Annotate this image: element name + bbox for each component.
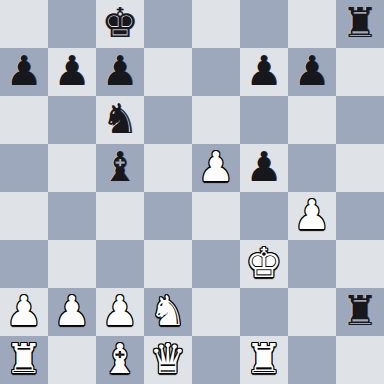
- square-c1[interactable]: ♝: [96, 336, 144, 384]
- square-d7[interactable]: [144, 48, 192, 96]
- piece-black-pawn[interactable]: ♟: [246, 47, 283, 95]
- square-f8[interactable]: [240, 0, 288, 48]
- piece-white-bishop[interactable]: ♝: [102, 335, 139, 383]
- square-f7[interactable]: ♟: [240, 48, 288, 96]
- square-d5[interactable]: [144, 144, 192, 192]
- piece-white-pawn[interactable]: ♟: [102, 287, 139, 335]
- piece-black-rook[interactable]: ♜: [342, 0, 379, 47]
- piece-white-rook[interactable]: ♜: [246, 335, 283, 383]
- square-h8[interactable]: ♜: [336, 0, 384, 48]
- square-a4[interactable]: [0, 192, 48, 240]
- square-a8[interactable]: [0, 0, 48, 48]
- square-a6[interactable]: [0, 96, 48, 144]
- square-e2[interactable]: [192, 288, 240, 336]
- square-b4[interactable]: [48, 192, 96, 240]
- piece-white-pawn[interactable]: ♟: [6, 287, 43, 335]
- piece-black-pawn[interactable]: ♟: [6, 47, 43, 95]
- square-b5[interactable]: [48, 144, 96, 192]
- square-g7[interactable]: ♟: [288, 48, 336, 96]
- square-d1[interactable]: ♛: [144, 336, 192, 384]
- piece-black-pawn[interactable]: ♟: [54, 47, 91, 95]
- square-f4[interactable]: [240, 192, 288, 240]
- square-e4[interactable]: [192, 192, 240, 240]
- piece-black-knight[interactable]: ♞: [102, 95, 139, 143]
- piece-black-pawn[interactable]: ♟: [294, 47, 331, 95]
- square-e1[interactable]: [192, 336, 240, 384]
- square-d4[interactable]: [144, 192, 192, 240]
- piece-white-pawn[interactable]: ♟: [294, 191, 331, 239]
- square-d8[interactable]: [144, 0, 192, 48]
- square-c6[interactable]: ♞: [96, 96, 144, 144]
- square-g8[interactable]: [288, 0, 336, 48]
- square-c7[interactable]: ♟: [96, 48, 144, 96]
- square-h7[interactable]: [336, 48, 384, 96]
- square-h6[interactable]: [336, 96, 384, 144]
- square-c8[interactable]: ♚: [96, 0, 144, 48]
- square-e6[interactable]: [192, 96, 240, 144]
- square-a7[interactable]: ♟: [0, 48, 48, 96]
- square-a2[interactable]: ♟: [0, 288, 48, 336]
- square-d6[interactable]: [144, 96, 192, 144]
- square-f2[interactable]: [240, 288, 288, 336]
- square-f1[interactable]: ♜: [240, 336, 288, 384]
- square-g3[interactable]: [288, 240, 336, 288]
- square-g4[interactable]: ♟: [288, 192, 336, 240]
- piece-white-pawn[interactable]: ♟: [54, 287, 91, 335]
- piece-black-pawn[interactable]: ♟: [102, 47, 139, 95]
- square-c2[interactable]: ♟: [96, 288, 144, 336]
- chess-board: ♚♜♟♟♟♟♟♞♝♟♟♟♚♟♟♟♞♜♜♝♛♜: [0, 0, 384, 384]
- square-h3[interactable]: [336, 240, 384, 288]
- square-c4[interactable]: [96, 192, 144, 240]
- square-g2[interactable]: [288, 288, 336, 336]
- piece-black-pawn[interactable]: ♟: [246, 143, 283, 191]
- piece-white-rook[interactable]: ♜: [6, 335, 43, 383]
- square-g5[interactable]: [288, 144, 336, 192]
- square-b1[interactable]: [48, 336, 96, 384]
- square-e8[interactable]: [192, 0, 240, 48]
- square-b3[interactable]: [48, 240, 96, 288]
- square-h1[interactable]: [336, 336, 384, 384]
- square-g1[interactable]: [288, 336, 336, 384]
- square-h2[interactable]: ♜: [336, 288, 384, 336]
- square-f5[interactable]: ♟: [240, 144, 288, 192]
- square-g6[interactable]: [288, 96, 336, 144]
- piece-white-knight[interactable]: ♞: [150, 287, 187, 335]
- square-c3[interactable]: [96, 240, 144, 288]
- square-d3[interactable]: [144, 240, 192, 288]
- square-a1[interactable]: ♜: [0, 336, 48, 384]
- square-a3[interactable]: [0, 240, 48, 288]
- piece-white-queen[interactable]: ♛: [150, 335, 187, 383]
- square-b8[interactable]: [48, 0, 96, 48]
- square-f6[interactable]: [240, 96, 288, 144]
- square-b6[interactable]: [48, 96, 96, 144]
- square-e3[interactable]: [192, 240, 240, 288]
- square-b2[interactable]: ♟: [48, 288, 96, 336]
- square-h5[interactable]: [336, 144, 384, 192]
- square-b7[interactable]: ♟: [48, 48, 96, 96]
- piece-black-rook[interactable]: ♜: [342, 287, 379, 335]
- piece-black-king[interactable]: ♚: [102, 0, 139, 47]
- square-e7[interactable]: [192, 48, 240, 96]
- square-d2[interactable]: ♞: [144, 288, 192, 336]
- piece-black-bishop[interactable]: ♝: [102, 143, 139, 191]
- square-c5[interactable]: ♝: [96, 144, 144, 192]
- square-f3[interactable]: ♚: [240, 240, 288, 288]
- square-a5[interactable]: [0, 144, 48, 192]
- square-e5[interactable]: ♟: [192, 144, 240, 192]
- piece-white-pawn[interactable]: ♟: [198, 143, 235, 191]
- piece-white-king[interactable]: ♚: [246, 239, 283, 287]
- square-h4[interactable]: [336, 192, 384, 240]
